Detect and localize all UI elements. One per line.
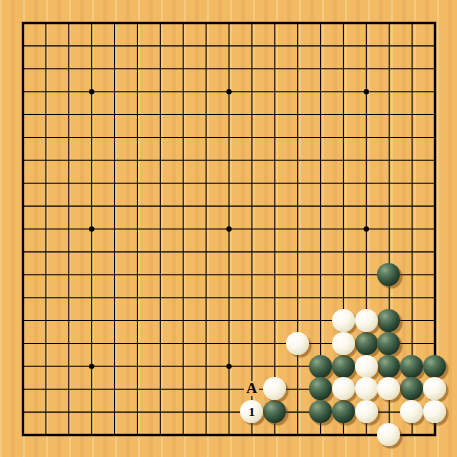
stone-black[interactable] [400,355,423,378]
stone-white[interactable] [355,400,378,423]
stone-white[interactable] [355,355,378,378]
stone-black[interactable] [332,400,355,423]
stone-white[interactable] [332,377,355,400]
stone-black[interactable] [423,355,446,378]
stone-black[interactable] [309,377,332,400]
stone-black[interactable] [355,332,378,355]
stone-white[interactable] [355,309,378,332]
stone-white[interactable] [377,423,400,446]
stones-layer: 1A [12,12,447,447]
stone-white[interactable] [355,377,378,400]
go-board[interactable]: 1A [0,0,457,457]
stone-black[interactable] [309,400,332,423]
stone-white[interactable] [400,400,423,423]
stone-white[interactable] [377,377,400,400]
stone-black[interactable] [377,309,400,332]
stone-black[interactable] [263,400,286,423]
stone-white[interactable] [332,309,355,332]
stone-white[interactable] [423,377,446,400]
stone-black[interactable] [377,263,400,286]
stone-white[interactable] [332,332,355,355]
stone-black[interactable] [400,377,423,400]
point-label-a[interactable]: A [244,381,259,396]
stone-white[interactable] [423,400,446,423]
stone-white-move-1[interactable]: 1 [240,400,263,423]
stone-black[interactable] [332,355,355,378]
stone-black[interactable] [309,355,332,378]
stone-black[interactable] [377,355,400,378]
stone-black[interactable] [377,332,400,355]
stone-white[interactable] [286,332,309,355]
stone-white[interactable] [263,377,286,400]
